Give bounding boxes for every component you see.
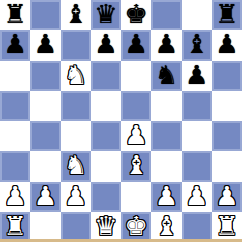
white-pawn-icon: ♟ [124, 122, 147, 148]
square-c7[interactable] [61, 30, 91, 60]
black-pawn-icon: ♟ [155, 31, 178, 57]
square-a6[interactable] [0, 61, 30, 91]
black-bishop-icon: ♝ [185, 31, 208, 57]
square-a2[interactable]: ♟ [0, 182, 30, 212]
square-d2[interactable] [91, 182, 121, 212]
square-a4[interactable] [0, 121, 30, 151]
square-d7[interactable]: ♟ [91, 30, 121, 60]
square-c2[interactable]: ♟ [61, 182, 91, 212]
square-h8[interactable]: ♜ [212, 0, 242, 30]
black-bishop-icon: ♝ [64, 1, 87, 27]
black-pawn-icon: ♟ [34, 31, 57, 57]
black-knight-icon: ♞ [155, 62, 178, 88]
white-rook-icon: ♜ [215, 213, 238, 239]
square-e1[interactable]: ♚ [121, 212, 151, 242]
white-rook-icon: ♜ [3, 213, 26, 239]
square-d8[interactable]: ♛ [91, 0, 121, 30]
square-b6[interactable] [30, 61, 60, 91]
square-h1[interactable]: ♜ [212, 212, 242, 242]
square-e4[interactable]: ♟ [121, 121, 151, 151]
square-g5[interactable] [182, 91, 212, 121]
square-h7[interactable]: ♟ [212, 30, 242, 60]
square-b3[interactable] [30, 151, 60, 181]
square-g6[interactable]: ♟ [182, 61, 212, 91]
white-pawn-icon: ♟ [155, 183, 178, 209]
square-a8[interactable]: ♜ [0, 0, 30, 30]
white-bishop-icon: ♝ [124, 152, 147, 178]
square-f4[interactable] [151, 121, 181, 151]
square-d3[interactable] [91, 151, 121, 181]
white-pawn-icon: ♟ [185, 183, 208, 209]
square-e5[interactable] [121, 91, 151, 121]
white-queen-icon: ♛ [94, 213, 117, 239]
square-g2[interactable]: ♟ [182, 182, 212, 212]
square-h2[interactable]: ♟ [212, 182, 242, 212]
square-e6[interactable] [121, 61, 151, 91]
white-king-icon: ♚ [124, 213, 147, 239]
white-bishop-icon: ♝ [155, 213, 178, 239]
black-rook-icon: ♜ [215, 1, 238, 27]
square-a1[interactable]: ♜ [0, 212, 30, 242]
black-rook-icon: ♜ [3, 1, 26, 27]
white-pawn-icon: ♟ [215, 183, 238, 209]
square-e8[interactable]: ♚ [121, 0, 151, 30]
square-h6[interactable] [212, 61, 242, 91]
white-pawn-icon: ♟ [3, 183, 26, 209]
black-pawn-icon: ♟ [94, 31, 117, 57]
square-b8[interactable] [30, 0, 60, 30]
square-c4[interactable] [61, 121, 91, 151]
white-pawn-icon: ♟ [64, 183, 87, 209]
square-g4[interactable] [182, 121, 212, 151]
black-queen-icon: ♛ [94, 1, 117, 27]
square-e3[interactable]: ♝ [121, 151, 151, 181]
white-knight-icon: ♞ [64, 152, 87, 178]
white-pawn-icon: ♟ [34, 183, 57, 209]
square-b5[interactable] [30, 91, 60, 121]
square-c6[interactable]: ♞ [61, 61, 91, 91]
square-f3[interactable] [151, 151, 181, 181]
square-g7[interactable]: ♝ [182, 30, 212, 60]
square-b7[interactable]: ♟ [30, 30, 60, 60]
square-d4[interactable] [91, 121, 121, 151]
square-f6[interactable]: ♞ [151, 61, 181, 91]
square-c5[interactable] [61, 91, 91, 121]
square-c1[interactable] [61, 212, 91, 242]
square-e7[interactable]: ♟ [121, 30, 151, 60]
square-d6[interactable] [91, 61, 121, 91]
square-d5[interactable] [91, 91, 121, 121]
black-pawn-icon: ♟ [215, 31, 238, 57]
square-f1[interactable]: ♝ [151, 212, 181, 242]
white-knight-icon: ♞ [64, 62, 87, 88]
square-h4[interactable] [212, 121, 242, 151]
square-g1[interactable] [182, 212, 212, 242]
square-f2[interactable]: ♟ [151, 182, 181, 212]
black-king-icon: ♚ [124, 1, 147, 27]
square-a3[interactable] [0, 151, 30, 181]
black-pawn-icon: ♟ [185, 62, 208, 88]
square-f8[interactable] [151, 0, 181, 30]
square-e2[interactable] [121, 182, 151, 212]
square-c8[interactable]: ♝ [61, 0, 91, 30]
square-b4[interactable] [30, 121, 60, 151]
square-b2[interactable]: ♟ [30, 182, 60, 212]
square-d1[interactable]: ♛ [91, 212, 121, 242]
black-pawn-icon: ♟ [124, 31, 147, 57]
black-pawn-icon: ♟ [3, 31, 26, 57]
square-f7[interactable]: ♟ [151, 30, 181, 60]
square-c3[interactable]: ♞ [61, 151, 91, 181]
chess-board: ♜♝♛♚♜♟♟♟♟♟♝♟♞♞♟♟♞♝♟♟♟♟♟♟♜♛♚♝♜ [0, 0, 242, 242]
square-h3[interactable] [212, 151, 242, 181]
square-g3[interactable] [182, 151, 212, 181]
board-grid: ♜♝♛♚♜♟♟♟♟♟♝♟♞♞♟♟♞♝♟♟♟♟♟♟♜♛♚♝♜ [0, 0, 242, 242]
square-a7[interactable]: ♟ [0, 30, 30, 60]
square-f5[interactable] [151, 91, 181, 121]
square-a5[interactable] [0, 91, 30, 121]
square-h5[interactable] [212, 91, 242, 121]
square-g8[interactable] [182, 0, 212, 30]
square-b1[interactable] [30, 212, 60, 242]
